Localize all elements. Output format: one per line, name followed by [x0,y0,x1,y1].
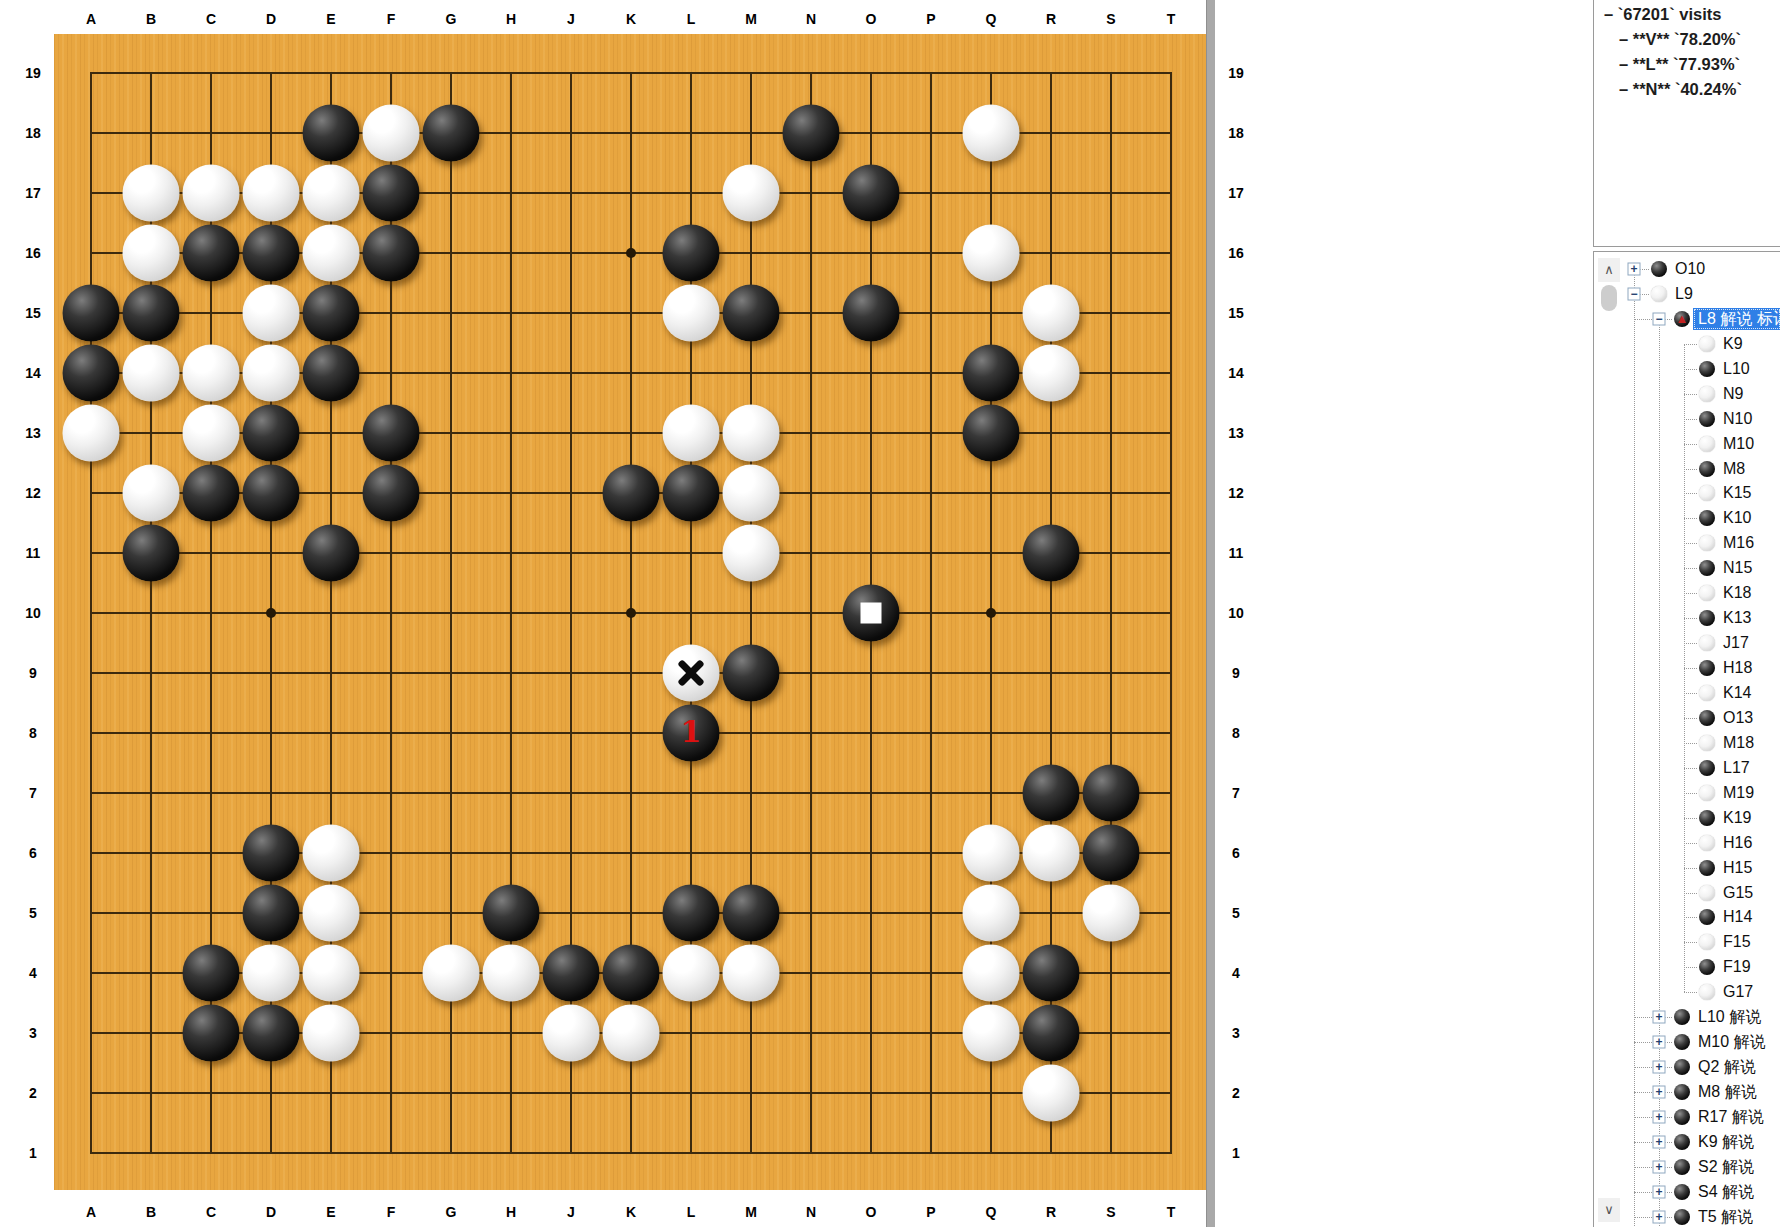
stone-K3[interactable] [603,1005,660,1062]
left-row-label: 6 [29,845,37,861]
board-panel-divider [1206,0,1215,1227]
expand-box[interactable]: + [1653,1011,1666,1024]
go-board[interactable]: 1 [54,34,1208,1190]
stone-L4[interactable] [663,945,720,1002]
bottom-col-label: R [1046,1204,1056,1220]
top-col-label: B [146,11,156,27]
stone-C13[interactable] [183,405,240,462]
stone-E3[interactable] [303,1005,360,1062]
top-col-label: S [1106,11,1115,27]
tree-connector-stub [1684,893,1697,894]
stone-D3[interactable] [243,1005,300,1062]
tree-connector-stub [1684,344,1697,345]
right-row-label: 5 [1232,905,1240,921]
expand-box[interactable]: + [1653,1210,1666,1223]
tree-connector-stub [1684,618,1697,619]
top-col-label: A [86,11,96,27]
bottom-col-label: M [745,1204,757,1220]
right-row-label: 12 [1228,485,1244,501]
top-col-label: T [1167,11,1176,27]
black-move-icon[interactable] [1674,1059,1690,1075]
white-move-icon[interactable] [1699,984,1715,1000]
right-row-label: 16 [1228,245,1244,261]
tree-connector-stub [1684,643,1697,644]
white-move-icon[interactable] [1699,485,1715,501]
tree-connector-stub [1684,743,1697,744]
stone-L16[interactable] [663,225,720,282]
tree-connector-stub [1684,419,1697,420]
uncertainty-line: – **N** `40.24%` [1619,80,1742,99]
stone-L5[interactable] [663,885,720,942]
winrate-line: – **V** `78.20%` [1619,30,1741,49]
star-point [266,608,276,618]
stone-N18[interactable] [783,105,840,162]
expand-box[interactable]: + [1653,1160,1666,1173]
bottom-col-label: N [806,1204,816,1220]
stone-B17[interactable] [123,165,180,222]
right-row-label: 3 [1232,1025,1240,1041]
black-move-icon[interactable] [1674,1109,1690,1125]
analysis-stats-panel: – `67201` visits – **V** `78.20%` – **L*… [1593,0,1780,247]
grid-line-v [810,72,812,1154]
stone-A15[interactable] [63,285,120,342]
stone-M17[interactable] [723,165,780,222]
tree-node-G15[interactable]: G15 [1723,884,1753,902]
scroll-up-button[interactable]: ∧ [1598,258,1620,282]
cross-mark [674,656,708,690]
stone-C3[interactable] [183,1005,240,1062]
stone-B11[interactable] [123,525,180,582]
stone-C17[interactable] [183,165,240,222]
white-move-icon[interactable] [1699,934,1715,950]
white-move-icon[interactable] [1699,386,1715,402]
black-move-icon[interactable] [1699,660,1715,676]
tree-node-L10[interactable]: L10 解说 [1698,1007,1761,1028]
stone-R15[interactable] [1023,285,1080,342]
right-row-label: 7 [1232,785,1240,801]
expand-box[interactable]: + [1653,1061,1666,1074]
stone-G4[interactable] [423,945,480,1002]
tree-connector-stub [1684,917,1697,918]
tree-connector-stub [1684,593,1697,594]
black-move-icon[interactable] [1699,510,1715,526]
right-row-label: 17 [1228,185,1244,201]
tree-node-K9[interactable]: K9 解说 [1698,1131,1754,1152]
scrollbar-thumb[interactable] [1601,285,1617,311]
bottom-col-label: G [446,1204,457,1220]
visits-line: – `67201` visits [1604,5,1721,24]
top-col-label: J [567,11,575,27]
stone-B14[interactable] [123,345,180,402]
stone-R7[interactable] [1023,765,1080,822]
tree-node-L10[interactable]: L10 [1723,360,1750,378]
left-row-label: 9 [29,665,37,681]
stone-Q3[interactable] [963,1005,1020,1062]
top-col-label: H [506,11,516,27]
tree-connector-stub [1684,992,1697,993]
expand-box[interactable]: + [1653,1135,1666,1148]
tree-node-M16[interactable]: M16 [1723,534,1754,552]
top-col-label: F [387,11,396,27]
tree-connector-stub [1684,469,1697,470]
stone-A13[interactable] [63,405,120,462]
top-col-label: M [745,11,757,27]
right-row-label: 11 [1229,545,1244,561]
right-row-label: 8 [1232,725,1240,741]
right-row-label: 18 [1228,125,1244,141]
stone-S6[interactable] [1083,825,1140,882]
bottom-col-label: E [326,1204,335,1220]
white-move-icon[interactable] [1699,635,1715,651]
right-row-label: 10 [1228,605,1244,621]
stone-E6[interactable] [303,825,360,882]
square-mark [861,603,882,624]
right-row-label: 1 [1232,1145,1240,1161]
expand-box[interactable]: + [1653,1185,1666,1198]
stone-M12[interactable] [723,465,780,522]
stone-E18[interactable] [303,105,360,162]
tree-node-F15[interactable]: F15 [1723,933,1751,951]
tree-node-K9[interactable]: K9 [1723,335,1743,353]
left-row-label: 12 [25,485,41,501]
expand-box[interactable]: + [1653,1036,1666,1049]
tree-connector-stub [1684,369,1697,370]
right-row-label: 4 [1232,965,1240,981]
grid-line-h [90,1092,1172,1094]
left-row-label: 7 [29,785,37,801]
tree-node-N15[interactable]: N15 [1723,559,1752,577]
stone-R14[interactable] [1023,345,1080,402]
stone-E5[interactable] [303,885,360,942]
black-move-icon[interactable] [1699,710,1715,726]
stone-D13[interactable] [243,405,300,462]
black-move-icon[interactable] [1699,411,1715,427]
stone-Q16[interactable] [963,225,1020,282]
collapse-box[interactable]: − [1653,312,1666,325]
black-move-icon[interactable] [1674,1209,1690,1225]
grid-line-h [90,732,1172,734]
top-col-label: O [866,11,877,27]
tree-connector-stub [1684,543,1697,544]
bottom-col-label: H [506,1204,516,1220]
tree-node-H18[interactable]: H18 [1723,659,1752,677]
bottom-col-label: S [1106,1204,1115,1220]
stone-D16[interactable] [243,225,300,282]
top-col-label: N [806,11,816,27]
stone-R6[interactable] [1023,825,1080,882]
stone-R11[interactable] [1023,525,1080,582]
stone-F18[interactable] [363,105,420,162]
app-window: 1 AABBCCDDEEFFGGHHJJKKLLMMNNOOPPQQRRSSTT… [0,0,1780,1227]
stone-Q18[interactable] [963,105,1020,162]
white-move-icon[interactable] [1699,685,1715,701]
left-row-label: 14 [25,365,41,381]
top-col-label: E [326,11,335,27]
grid-line-h [90,672,1172,674]
stone-D6[interactable] [243,825,300,882]
bottom-col-label: B [146,1204,156,1220]
stone-E11[interactable] [303,525,360,582]
top-col-label: D [266,11,276,27]
stone-S7[interactable] [1083,765,1140,822]
tree-connector-stub [1684,693,1697,694]
tree-node-K13[interactable]: K13 [1723,609,1751,627]
stone-H5[interactable] [483,885,540,942]
black-move-icon[interactable] [1699,461,1715,477]
bottom-col-label: L [687,1204,696,1220]
stone-R4[interactable] [1023,945,1080,1002]
tree-connector-stub [1684,793,1697,794]
stone-H4[interactable] [483,945,540,1002]
expand-box[interactable]: + [1653,1086,1666,1099]
tree-connector-stub [1684,843,1697,844]
tree-node-M18[interactable]: M18 [1723,734,1754,752]
bottom-col-label: F [387,1204,396,1220]
tree-node-M8[interactable]: M8 解说 [1698,1082,1757,1103]
white-move-icon[interactable] [1699,535,1715,551]
black-move-icon[interactable] [1674,1034,1690,1050]
stone-L12[interactable] [663,465,720,522]
grid-line-h [90,792,1172,794]
stone-M11[interactable] [723,525,780,582]
stone-O15[interactable] [843,285,900,342]
left-row-label: 18 [25,125,41,141]
right-row-label: 13 [1228,425,1244,441]
left-row-label: 16 [25,245,41,261]
black-move-icon[interactable] [1699,560,1715,576]
tree-node-J17[interactable]: J17 [1723,634,1749,652]
bottom-col-label: K [626,1204,636,1220]
tree-node-M19[interactable]: M19 [1723,784,1754,802]
tree-node-M10[interactable]: M10 解说 [1698,1032,1766,1053]
stone-C12[interactable] [183,465,240,522]
bottom-col-label: T [1167,1204,1176,1220]
tree-node-L8[interactable]: L8 解说 标记 [1698,308,1780,329]
top-col-label: R [1046,11,1056,27]
expand-box[interactable]: + [1653,1110,1666,1123]
top-col-label: Q [986,11,997,27]
bottom-col-label: C [206,1204,216,1220]
tree-node-R17[interactable]: R17 解说 [1698,1106,1764,1127]
stone-D14[interactable] [243,345,300,402]
right-row-label: 2 [1232,1085,1240,1101]
black-move-icon[interactable] [1674,1134,1690,1150]
stone-M13[interactable] [723,405,780,462]
stone-E4[interactable] [303,945,360,1002]
left-row-label: 3 [29,1025,37,1041]
stone-M9[interactable] [723,645,780,702]
white-move-icon[interactable] [1651,286,1667,302]
stone-O17[interactable] [843,165,900,222]
tree-node-K15[interactable]: K15 [1723,484,1751,502]
right-row-label: 9 [1232,665,1240,681]
black-move-icon[interactable] [1699,959,1715,975]
tree-connector-stub [1684,868,1697,869]
stone-F17[interactable] [363,165,420,222]
stone-E16[interactable] [303,225,360,282]
bottom-col-label: A [86,1204,96,1220]
tree-node-T5[interactable]: T5 解说 [1698,1206,1753,1227]
tree-connector-line [1634,269,1635,1227]
tree-node-H15[interactable]: H15 [1723,859,1752,877]
white-move-icon[interactable] [1699,585,1715,601]
black-move-icon[interactable] [1674,1159,1690,1175]
tree-node-S4[interactable]: S4 解说 [1698,1181,1754,1202]
left-row-label: 1 [29,1145,37,1161]
stone-F16[interactable] [363,225,420,282]
tree-node-O13[interactable]: O13 [1723,709,1753,727]
grid-line-v [930,72,932,1154]
stone-Q14[interactable] [963,345,1020,402]
white-move-icon[interactable] [1699,885,1715,901]
current-move-triangle-icon: ▲ [1676,312,1689,325]
stone-R2[interactable] [1023,1065,1080,1122]
tree-node-L17[interactable]: L17 [1723,759,1750,777]
right-row-label: 6 [1232,845,1240,861]
top-col-label: L [687,11,696,27]
tree-connector-stub [1684,942,1697,943]
grid-line-v [1170,72,1172,1154]
top-col-label: C [206,11,216,27]
black-move-icon[interactable] [1651,261,1667,277]
tree-node-K14[interactable]: K14 [1723,684,1751,702]
tree-node-N10[interactable]: N10 [1723,410,1752,428]
left-row-label: 4 [29,965,37,981]
tree-node-G17[interactable]: G17 [1723,983,1753,1001]
stone-E14[interactable] [303,345,360,402]
stone-R3[interactable] [1023,1005,1080,1062]
grid-line-h [90,1152,1172,1154]
black-move-icon[interactable] [1674,1184,1690,1200]
stone-B16[interactable] [123,225,180,282]
tree-node-O10[interactable]: O10 [1675,260,1705,278]
top-col-label: G [446,11,457,27]
tree-connector-stub [1684,967,1697,968]
top-col-label: K [626,11,636,27]
tree-connector-stub [1684,493,1697,494]
stone-K12[interactable] [603,465,660,522]
black-move-icon[interactable] [1674,1009,1690,1025]
tree-connector-stub [1684,768,1697,769]
left-row-label: 15 [25,305,41,321]
stone-B15[interactable] [123,285,180,342]
stone-E17[interactable] [303,165,360,222]
left-row-label: 13 [25,425,41,441]
white-move-icon[interactable] [1699,735,1715,751]
tree-node-Q2[interactable]: Q2 解说 [1698,1057,1756,1078]
stone-D15[interactable] [243,285,300,342]
white-move-icon[interactable] [1699,835,1715,851]
black-move-icon[interactable] [1699,760,1715,776]
stone-M4[interactable] [723,945,780,1002]
bottom-col-label: D [266,1204,276,1220]
stone-C16[interactable] [183,225,240,282]
tree-connector-stub [1684,444,1697,445]
stone-D12[interactable] [243,465,300,522]
tree-node-M10[interactable]: M10 [1723,435,1754,453]
stone-Q13[interactable] [963,405,1020,462]
tree-node-K19[interactable]: K19 [1723,809,1751,827]
star-point [626,608,636,618]
black-move-icon[interactable] [1699,810,1715,826]
white-move-icon[interactable] [1699,785,1715,801]
tree-node-S2[interactable]: S2 解说 [1698,1156,1754,1177]
lead-line: – **L** `77.93%` [1619,55,1740,74]
stone-D17[interactable] [243,165,300,222]
scroll-down-button[interactable]: ∨ [1598,1198,1620,1222]
stone-Q4[interactable] [963,945,1020,1002]
stone-J3[interactable] [543,1005,600,1062]
bottom-col-label: Q [986,1204,997,1220]
stone-M15[interactable] [723,285,780,342]
stone-J4[interactable] [543,945,600,1002]
stone-G18[interactable] [423,105,480,162]
move-tree-panel: ∧ ∨ +O10−L9−▲L8 解说 标记K9L10N9N10M10M8K15K… [1593,251,1780,1227]
tree-connector-stub [1684,518,1697,519]
tree-node-M8[interactable]: M8 [1723,460,1745,478]
move-number-mark: 1 [681,717,702,747]
tree-node-K10[interactable]: K10 [1723,509,1751,527]
left-row-label: 10 [25,605,41,621]
left-row-label: 2 [29,1085,37,1101]
left-row-label: 17 [25,185,41,201]
black-move-icon[interactable] [1699,361,1715,377]
black-move-icon[interactable] [1699,909,1715,925]
tree-connector-stub [1684,718,1697,719]
tree-node-H16[interactable]: H16 [1723,834,1752,852]
tree-node-H14[interactable]: H14 [1723,908,1752,926]
expand-box[interactable]: + [1628,263,1641,276]
right-row-label: 19 [1228,65,1244,81]
stone-L15[interactable] [663,285,720,342]
star-point [626,248,636,258]
black-move-icon[interactable] [1674,1084,1690,1100]
grid-line-v [1110,72,1112,1154]
stone-M5[interactable] [723,885,780,942]
right-row-label: 14 [1228,365,1244,381]
stone-C14[interactable] [183,345,240,402]
stone-E15[interactable] [303,285,360,342]
tree-connector-stub [1684,668,1697,669]
stone-L13[interactable] [663,405,720,462]
black-move-icon[interactable] [1699,610,1715,626]
stone-F12[interactable] [363,465,420,522]
tree-node-N9[interactable]: N9 [1723,385,1743,403]
collapse-box[interactable]: − [1628,287,1641,300]
tree-node-F19[interactable]: F19 [1723,958,1751,976]
stone-C4[interactable] [183,945,240,1002]
left-row-label: 5 [29,905,37,921]
stone-B12[interactable] [123,465,180,522]
stone-D5[interactable] [243,885,300,942]
bottom-col-label: P [926,1204,935,1220]
white-move-icon[interactable] [1699,336,1715,352]
black-move-icon[interactable] [1699,860,1715,876]
white-move-icon[interactable] [1699,436,1715,452]
right-row-label: 15 [1228,305,1244,321]
tree-node-K18[interactable]: K18 [1723,584,1751,602]
stone-D4[interactable] [243,945,300,1002]
top-col-label: P [926,11,935,27]
star-point [986,608,996,618]
tree-node-L9[interactable]: L9 [1675,285,1693,303]
stone-K4[interactable] [603,945,660,1002]
stone-Q5[interactable] [963,885,1020,942]
stone-Q6[interactable] [963,825,1020,882]
stone-S5[interactable] [1083,885,1140,942]
stone-F13[interactable] [363,405,420,462]
stone-A14[interactable] [63,345,120,402]
